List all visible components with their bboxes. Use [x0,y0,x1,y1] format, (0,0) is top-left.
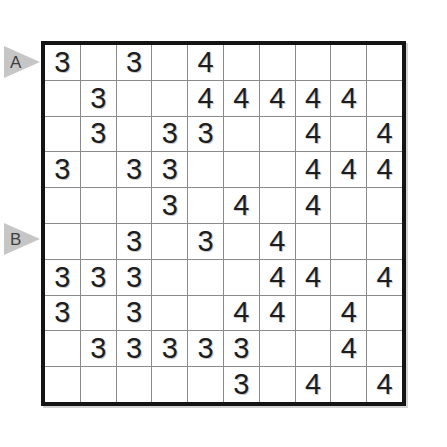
cell-r10c1 [45,367,80,402]
cell-r5c2 [81,188,116,223]
cell-r8c4 [152,296,187,331]
cell-r3c4: 3 [152,117,187,152]
cell-r4c4: 3 [152,152,187,187]
cell-r2c4 [152,81,187,116]
cell-r7c4 [152,260,187,295]
cell-r10c2 [81,367,116,402]
cell-r10c10: 4 [367,367,402,402]
cell-r8c9: 4 [331,296,366,331]
cell-r7c1: 3 [45,260,80,295]
cell-r2c6: 4 [224,81,259,116]
cell-r6c2 [81,224,116,259]
cell-r8c2 [81,296,116,331]
cell-r3c5: 3 [188,117,223,152]
cell-r6c1 [45,224,80,259]
cell-r9c5: 3 [188,331,223,366]
cell-r6c9 [331,224,366,259]
cell-r8c3: 3 [117,296,152,331]
cell-r2c10 [367,81,402,116]
cell-r4c8: 4 [296,152,331,187]
cell-r7c7: 4 [260,260,295,295]
cell-r5c6: 4 [224,188,259,223]
cell-r5c4: 3 [152,188,187,223]
marker-b-label: B [4,231,21,248]
cell-r4c3: 3 [117,152,152,187]
marker-a-label: A [4,54,21,71]
cell-r2c2: 3 [81,81,116,116]
cell-r10c6: 3 [224,367,259,402]
cell-r5c10 [367,188,402,223]
cell-r2c9: 4 [331,81,366,116]
cell-r7c5 [188,260,223,295]
cell-r3c10: 4 [367,117,402,152]
cell-r5c9 [331,188,366,223]
cell-r9c1 [45,331,80,366]
cell-r3c7 [260,117,295,152]
cell-r5c5 [188,188,223,223]
cell-r8c8 [296,296,331,331]
cell-r6c5: 3 [188,224,223,259]
cell-r4c10: 4 [367,152,402,187]
cell-r6c7: 4 [260,224,295,259]
cell-r2c3 [117,81,152,116]
cell-r3c1 [45,117,80,152]
cell-r10c5 [188,367,223,402]
cell-r6c4 [152,224,187,259]
board: 3343444443334433344434433433344433444333… [41,41,406,406]
cell-r1c1: 3 [45,45,80,80]
cell-r5c8: 4 [296,188,331,223]
cell-r6c8 [296,224,331,259]
cell-r4c9: 4 [331,152,366,187]
cell-r7c9 [331,260,366,295]
cell-r7c6 [224,260,259,295]
cell-r1c7 [260,45,295,80]
cell-r1c6 [224,45,259,80]
cell-r10c8: 4 [296,367,331,402]
cell-r4c5 [188,152,223,187]
cell-r2c8: 4 [296,81,331,116]
cell-r2c7: 4 [260,81,295,116]
cell-r7c2: 3 [81,260,116,295]
cell-r3c9 [331,117,366,152]
cell-r4c6 [224,152,259,187]
cell-r3c8: 4 [296,117,331,152]
cell-r1c2 [81,45,116,80]
cell-r9c8 [296,331,331,366]
cell-r3c3 [117,117,152,152]
cell-r7c8: 4 [296,260,331,295]
cell-r1c10 [367,45,402,80]
cell-r5c1 [45,188,80,223]
cell-r8c7: 4 [260,296,295,331]
cell-r1c5: 4 [188,45,223,80]
cell-r9c7 [260,331,295,366]
cell-r3c6 [224,117,259,152]
cell-r4c2 [81,152,116,187]
cell-r5c3 [117,188,152,223]
answer-row-marker-b: B [4,223,40,255]
cell-r10c3 [117,367,152,402]
cell-r1c9 [331,45,366,80]
cell-r2c5: 4 [188,81,223,116]
puzzle-page: A B 334344444333443334443443343334443344… [0,0,447,447]
cell-r6c10 [367,224,402,259]
cell-r9c4: 3 [152,331,187,366]
cell-r7c3: 3 [117,260,152,295]
cell-r9c6: 3 [224,331,259,366]
cell-r8c1: 3 [45,296,80,331]
cell-r10c9 [331,367,366,402]
cell-r2c1 [45,81,80,116]
cell-r9c3: 3 [117,331,152,366]
cell-r1c8 [296,45,331,80]
cell-r4c7 [260,152,295,187]
cell-r3c2: 3 [81,117,116,152]
cell-r9c10 [367,331,402,366]
cell-r8c5 [188,296,223,331]
cell-r6c3: 3 [117,224,152,259]
cell-r1c3: 3 [117,45,152,80]
cell-r10c7 [260,367,295,402]
cell-r7c10: 4 [367,260,402,295]
cell-r4c1: 3 [45,152,80,187]
cell-r9c9: 4 [331,331,366,366]
cell-r6c6 [224,224,259,259]
cell-r10c4 [152,367,187,402]
cell-r9c2: 3 [81,331,116,366]
cell-r5c7 [260,188,295,223]
answer-row-marker-a: A [4,46,40,78]
cell-r8c6: 4 [224,296,259,331]
cell-r1c4 [152,45,187,80]
cell-r8c10 [367,296,402,331]
